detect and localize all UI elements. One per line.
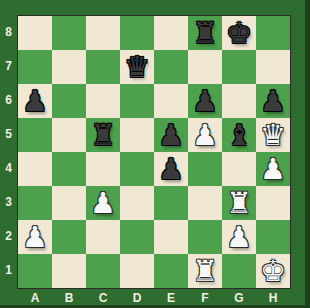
piece-black-rook[interactable]: ♜	[86, 118, 120, 152]
square-g2[interactable]: ♟	[222, 220, 256, 254]
rank-label-8: 8	[0, 15, 17, 49]
piece-white-rook[interactable]: ♜	[222, 186, 256, 220]
piece-black-pawn[interactable]: ♟	[18, 84, 52, 118]
square-f1[interactable]: ♜	[188, 254, 222, 288]
square-f8[interactable]: ♜	[188, 16, 222, 50]
square-g4[interactable]	[222, 152, 256, 186]
square-e6[interactable]	[154, 84, 188, 118]
file-label-F: F	[188, 290, 222, 306]
square-f4[interactable]	[188, 152, 222, 186]
rank-label-4: 4	[0, 151, 17, 185]
square-d8[interactable]	[120, 16, 154, 50]
rank-label-7: 7	[0, 49, 17, 83]
rank-label-6: 6	[0, 83, 17, 117]
piece-black-bishop[interactable]: ♝	[222, 118, 256, 152]
square-g8[interactable]: ♚	[222, 16, 256, 50]
square-c6[interactable]	[86, 84, 120, 118]
square-c1[interactable]	[86, 254, 120, 288]
file-label-H: H	[256, 290, 290, 306]
file-labels: ABCDEFGH	[18, 290, 290, 306]
square-a4[interactable]	[18, 152, 52, 186]
square-a2[interactable]: ♟	[18, 220, 52, 254]
square-c7[interactable]	[86, 50, 120, 84]
piece-white-queen[interactable]: ♛	[256, 118, 290, 152]
square-f6[interactable]: ♟	[188, 84, 222, 118]
square-e7[interactable]	[154, 50, 188, 84]
piece-white-king[interactable]: ♚	[256, 254, 290, 288]
piece-black-pawn[interactable]: ♟	[154, 152, 188, 186]
square-a6[interactable]: ♟	[18, 84, 52, 118]
square-g6[interactable]	[222, 84, 256, 118]
square-h6[interactable]: ♟	[256, 84, 290, 118]
piece-white-pawn[interactable]: ♟	[188, 118, 222, 152]
piece-white-pawn[interactable]: ♟	[222, 220, 256, 254]
frame-edge-right	[305, 0, 310, 308]
square-h5[interactable]: ♛	[256, 118, 290, 152]
rank-label-2: 2	[0, 219, 17, 253]
square-f5[interactable]: ♟	[188, 118, 222, 152]
square-d4[interactable]	[120, 152, 154, 186]
square-f3[interactable]	[188, 186, 222, 220]
square-g5[interactable]: ♝	[222, 118, 256, 152]
square-e3[interactable]	[154, 186, 188, 220]
square-c3[interactable]: ♟	[86, 186, 120, 220]
file-label-A: A	[18, 290, 52, 306]
rank-labels: 87654321	[0, 15, 17, 287]
file-label-B: B	[52, 290, 86, 306]
square-h4[interactable]: ♟	[256, 152, 290, 186]
rank-label-5: 5	[0, 117, 17, 151]
piece-black-pawn[interactable]: ♟	[154, 118, 188, 152]
chess-board[interactable]: ♜♚♛♟♟♟♜♟♟♝♛♟♟♟♜♟♟♜♚	[17, 15, 291, 289]
square-a5[interactable]	[18, 118, 52, 152]
square-a1[interactable]	[18, 254, 52, 288]
piece-black-king[interactable]: ♚	[222, 16, 256, 50]
square-h3[interactable]	[256, 186, 290, 220]
square-d2[interactable]	[120, 220, 154, 254]
square-c4[interactable]	[86, 152, 120, 186]
square-e8[interactable]	[154, 16, 188, 50]
square-f2[interactable]	[188, 220, 222, 254]
square-g1[interactable]	[222, 254, 256, 288]
square-b1[interactable]	[52, 254, 86, 288]
square-a7[interactable]	[18, 50, 52, 84]
file-label-G: G	[222, 290, 256, 306]
square-d3[interactable]	[120, 186, 154, 220]
piece-white-pawn[interactable]: ♟	[18, 220, 52, 254]
square-e2[interactable]	[154, 220, 188, 254]
square-d5[interactable]	[120, 118, 154, 152]
square-b6[interactable]	[52, 84, 86, 118]
square-a8[interactable]	[18, 16, 52, 50]
square-d6[interactable]	[120, 84, 154, 118]
square-b5[interactable]	[52, 118, 86, 152]
square-h7[interactable]	[256, 50, 290, 84]
square-f7[interactable]	[188, 50, 222, 84]
piece-black-rook[interactable]: ♜	[188, 16, 222, 50]
square-g7[interactable]	[222, 50, 256, 84]
square-e4[interactable]: ♟	[154, 152, 188, 186]
square-c5[interactable]: ♜	[86, 118, 120, 152]
square-h8[interactable]	[256, 16, 290, 50]
square-g3[interactable]: ♜	[222, 186, 256, 220]
square-d7[interactable]: ♛	[120, 50, 154, 84]
piece-white-pawn[interactable]: ♟	[86, 186, 120, 220]
square-c2[interactable]	[86, 220, 120, 254]
file-label-E: E	[154, 290, 188, 306]
piece-white-pawn[interactable]: ♟	[256, 152, 290, 186]
piece-white-rook[interactable]: ♜	[188, 254, 222, 288]
piece-black-pawn[interactable]: ♟	[256, 84, 290, 118]
square-b3[interactable]	[52, 186, 86, 220]
square-b8[interactable]	[52, 16, 86, 50]
square-a3[interactable]	[18, 186, 52, 220]
piece-black-pawn[interactable]: ♟	[188, 84, 222, 118]
square-b4[interactable]	[52, 152, 86, 186]
square-e1[interactable]	[154, 254, 188, 288]
rank-label-3: 3	[0, 185, 17, 219]
file-label-D: D	[120, 290, 154, 306]
piece-black-queen[interactable]: ♛	[120, 50, 154, 84]
square-b2[interactable]	[52, 220, 86, 254]
square-b7[interactable]	[52, 50, 86, 84]
square-d1[interactable]	[120, 254, 154, 288]
square-c8[interactable]	[86, 16, 120, 50]
square-h1[interactable]: ♚	[256, 254, 290, 288]
square-h2[interactable]	[256, 220, 290, 254]
file-label-C: C	[86, 290, 120, 306]
square-e5[interactable]: ♟	[154, 118, 188, 152]
chessboard-widget: 87654321 ♜♚♛♟♟♟♜♟♟♝♛♟♟♟♜♟♟♜♚ ABCDEFGH	[0, 0, 310, 308]
rank-label-1: 1	[0, 253, 17, 287]
